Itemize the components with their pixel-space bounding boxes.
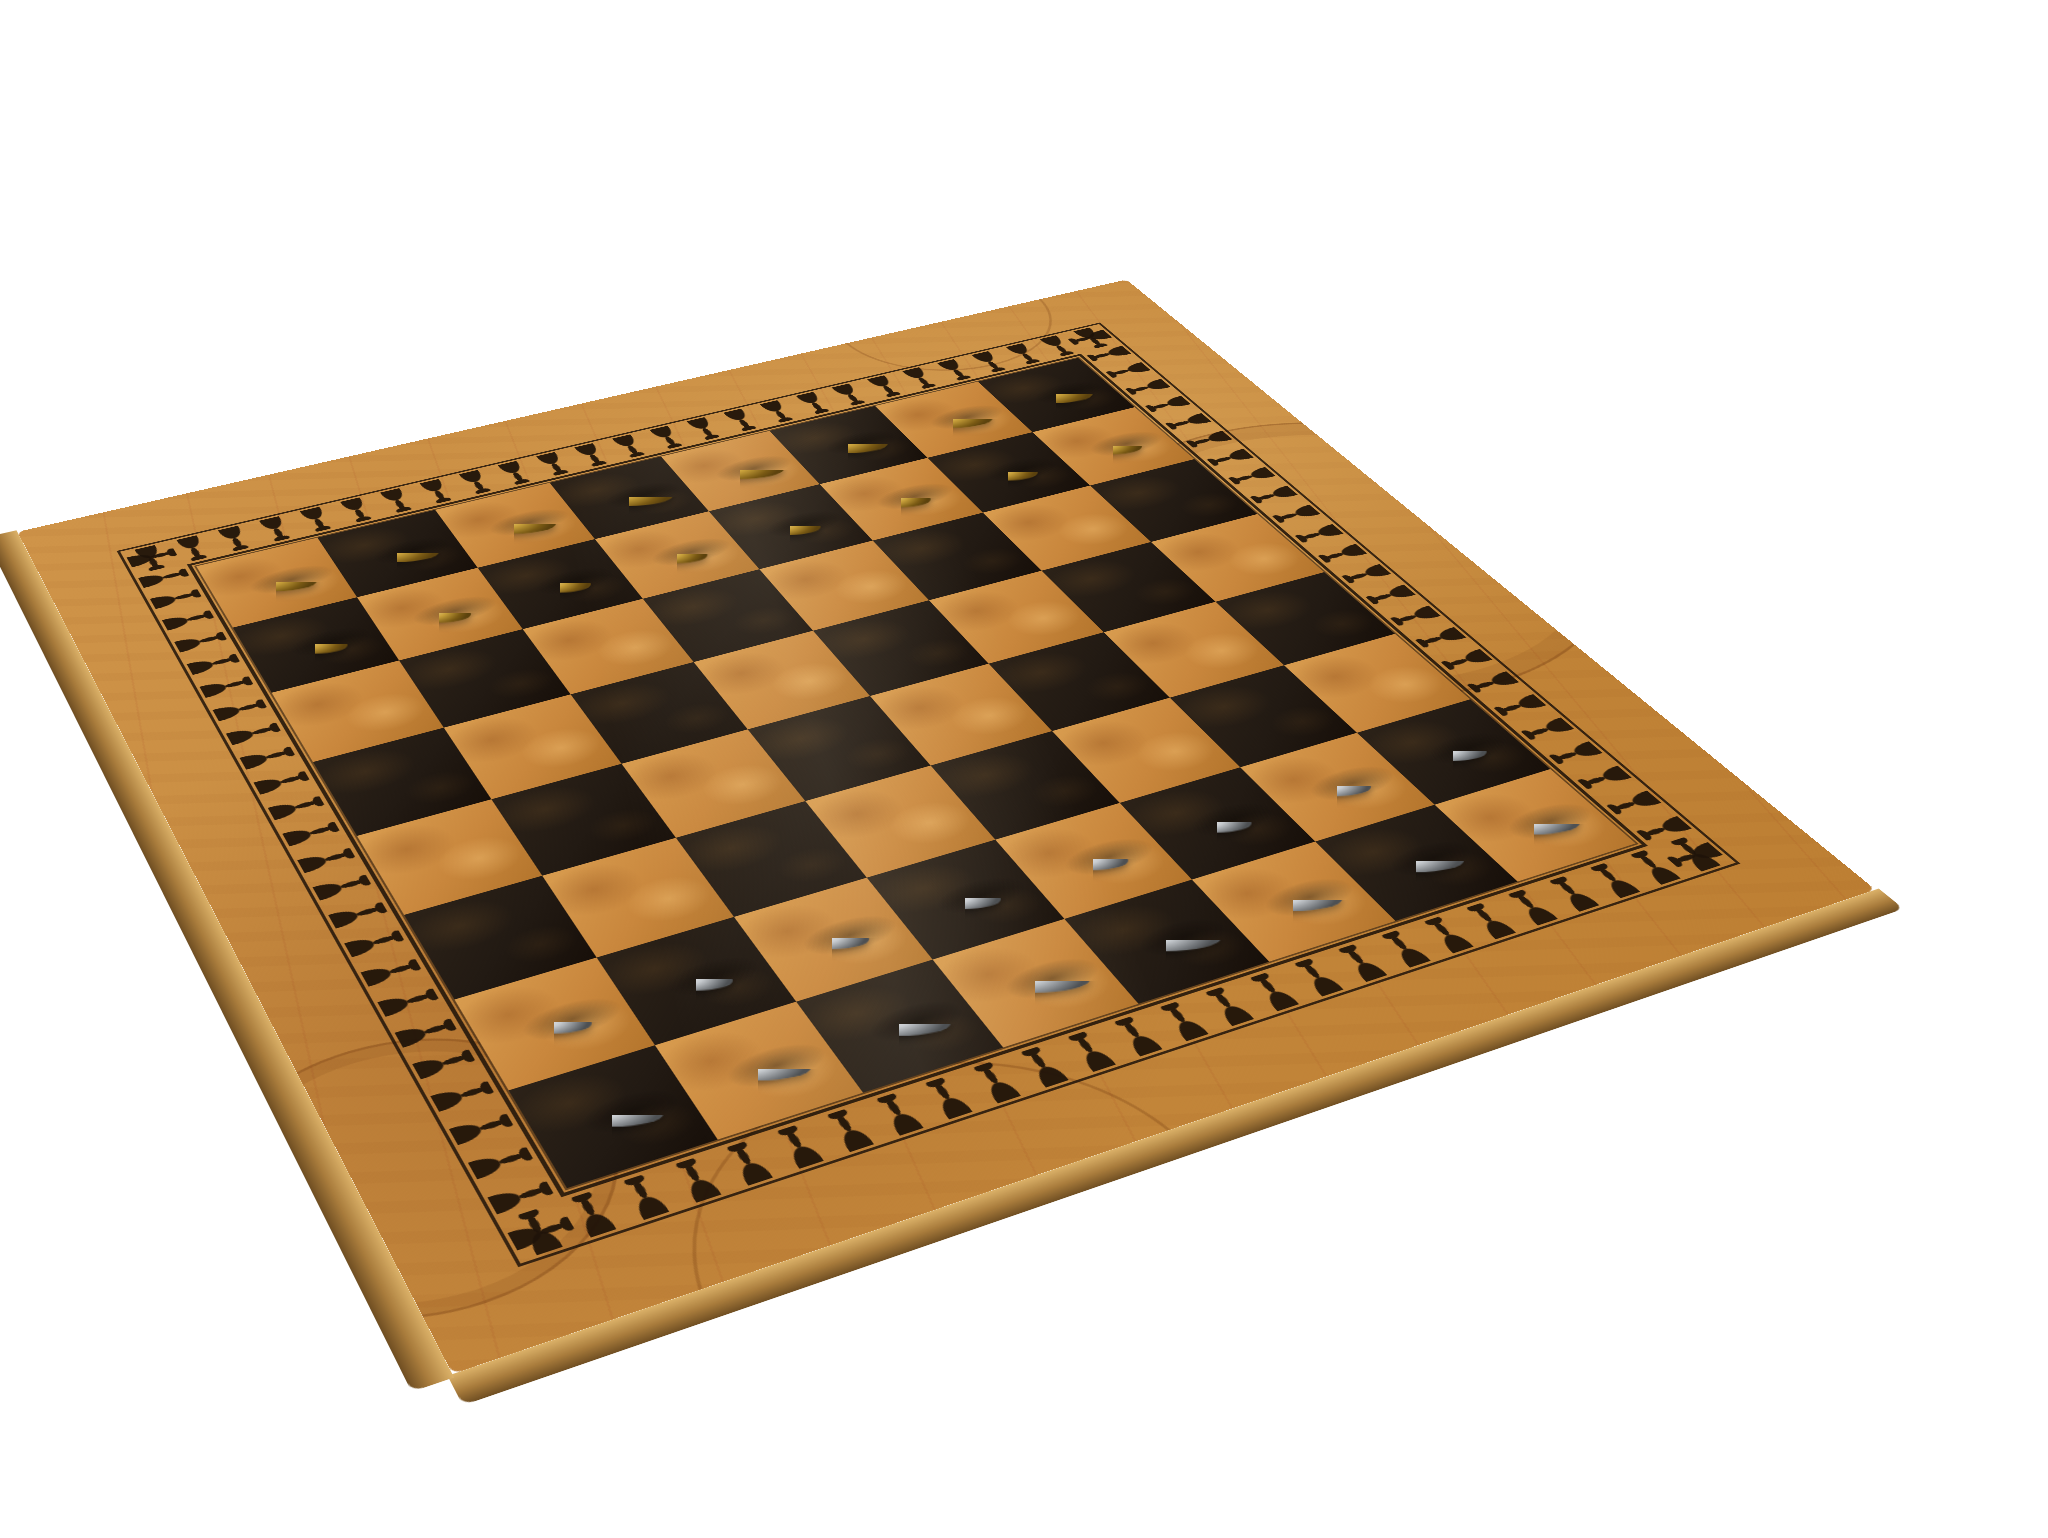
product-photo-scene: ♜♞♝♛♚♝♞♜♟♟♟♟♟♟♟♟♟♟♟♟♟♟♟♟♜♞♝♛♚♝♞♜ xyxy=(0,0,2048,1538)
rook-glyph: ♜ xyxy=(518,921,706,1114)
chessboard: ♜♞♝♛♚♝♞♜♟♟♟♟♟♟♟♟♟♟♟♟♟♟♟♟♜♞♝♛♚♝♞♜ xyxy=(18,280,1876,1374)
